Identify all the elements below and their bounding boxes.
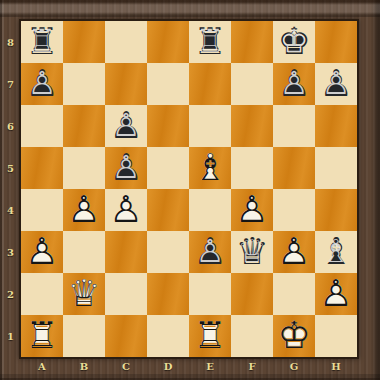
piece-glyph-outline: ♗ [318, 233, 354, 269]
square-d7[interactable] [147, 63, 189, 105]
square-e7[interactable] [189, 63, 231, 105]
black-queen[interactable]: ♛♕ [231, 231, 273, 273]
rank-label-7: 7 [0, 63, 21, 105]
square-a3[interactable]: ♟♙ [21, 231, 63, 273]
square-a5[interactable] [21, 147, 63, 189]
white-queen[interactable]: ♛♕ [63, 273, 105, 315]
square-e8[interactable]: ♜♖ [189, 21, 231, 63]
file-label-c: C [122, 361, 130, 376]
white-pawn[interactable]: ♟♙ [21, 231, 63, 273]
piece-glyph-outline: ♙ [276, 65, 312, 101]
square-g6[interactable] [273, 105, 315, 147]
square-a8[interactable]: ♜♖ [21, 21, 63, 63]
square-c5[interactable]: ♟♙ [105, 147, 147, 189]
piece-glyph-outline: ♙ [105, 188, 147, 230]
chess-board-frame: 87654321 ♜♖♜♖♚♔♟♙♟♙♟♙♟♙♟♙♝♗♟♙♟♙♟♙♟♙♟♙♛♕♟… [0, 0, 380, 380]
file-labels: ABCDEFGH [21, 357, 357, 380]
white-pawn[interactable]: ♟♙ [231, 189, 273, 231]
square-a7[interactable]: ♟♙ [21, 63, 63, 105]
piece-glyph-outline: ♙ [192, 233, 228, 269]
square-e5[interactable]: ♝♗ [189, 147, 231, 189]
piece-glyph-outline: ♕ [234, 233, 270, 269]
piece-glyph-outline: ♗ [189, 146, 231, 188]
square-h8[interactable] [315, 21, 357, 63]
square-d2[interactable] [147, 273, 189, 315]
piece-glyph-outline: ♙ [318, 65, 354, 101]
square-b5[interactable] [63, 147, 105, 189]
piece-glyph-outline: ♙ [24, 65, 60, 101]
black-pawn[interactable]: ♟♙ [273, 63, 315, 105]
rank-label-4: 4 [0, 189, 21, 231]
rank-label-3: 3 [0, 231, 21, 273]
white-pawn[interactable]: ♟♙ [105, 189, 147, 231]
square-c3[interactable] [105, 231, 147, 273]
square-f7[interactable] [231, 63, 273, 105]
white-pawn[interactable]: ♟♙ [315, 273, 357, 315]
rank-label-5: 5 [0, 147, 21, 189]
square-f4[interactable]: ♟♙ [231, 189, 273, 231]
square-g8[interactable]: ♚♔ [273, 21, 315, 63]
square-f5[interactable] [231, 147, 273, 189]
square-b1[interactable] [63, 315, 105, 357]
white-rook[interactable]: ♜♖ [21, 315, 63, 357]
square-e1[interactable]: ♜♖ [189, 315, 231, 357]
square-a2[interactable] [21, 273, 63, 315]
square-f3[interactable]: ♛♕ [231, 231, 273, 273]
piece-glyph-outline: ♖ [24, 23, 60, 59]
white-pawn[interactable]: ♟♙ [273, 231, 315, 273]
file-label-f: F [248, 361, 255, 376]
square-c7[interactable] [105, 63, 147, 105]
square-g1[interactable]: ♚♔ [273, 315, 315, 357]
square-a1[interactable]: ♜♖ [21, 315, 63, 357]
square-g3[interactable]: ♟♙ [273, 231, 315, 273]
square-d3[interactable] [147, 231, 189, 273]
white-king[interactable]: ♚♔ [273, 315, 315, 357]
white-pawn[interactable]: ♟♙ [63, 189, 105, 231]
square-e3[interactable]: ♟♙ [189, 231, 231, 273]
square-b6[interactable] [63, 105, 105, 147]
square-h3[interactable]: ♝♗ [315, 231, 357, 273]
square-e2[interactable] [189, 273, 231, 315]
square-b4[interactable]: ♟♙ [63, 189, 105, 231]
piece-glyph-outline: ♖ [189, 314, 231, 356]
square-b7[interactable] [63, 63, 105, 105]
piece-glyph-outline: ♔ [276, 23, 312, 59]
black-pawn[interactable]: ♟♙ [315, 63, 357, 105]
square-g7[interactable]: ♟♙ [273, 63, 315, 105]
square-f6[interactable] [231, 105, 273, 147]
file-label-d: D [164, 361, 173, 376]
file-label-e: E [206, 361, 214, 376]
square-d1[interactable] [147, 315, 189, 357]
white-rook[interactable]: ♜♖ [189, 315, 231, 357]
square-c6[interactable]: ♟♙ [105, 105, 147, 147]
square-h4[interactable] [315, 189, 357, 231]
square-c8[interactable] [105, 21, 147, 63]
rank-label-8: 8 [0, 21, 21, 63]
square-a6[interactable] [21, 105, 63, 147]
rank-label-2: 2 [0, 273, 21, 315]
rank-labels: 87654321 [0, 21, 21, 357]
square-e4[interactable] [189, 189, 231, 231]
black-rook[interactable]: ♜♖ [21, 21, 63, 63]
square-b3[interactable] [63, 231, 105, 273]
file-label-g: G [290, 361, 299, 376]
black-pawn[interactable]: ♟♙ [105, 105, 147, 147]
piece-glyph-outline: ♖ [192, 23, 228, 59]
black-pawn[interactable]: ♟♙ [105, 147, 147, 189]
square-d5[interactable] [147, 147, 189, 189]
piece-glyph-outline: ♙ [21, 230, 63, 272]
square-h6[interactable] [315, 105, 357, 147]
square-g4[interactable] [273, 189, 315, 231]
black-bishop[interactable]: ♝♗ [315, 231, 357, 273]
square-e6[interactable] [189, 105, 231, 147]
chess-board[interactable]: ♜♖♜♖♚♔♟♙♟♙♟♙♟♙♟♙♝♗♟♙♟♙♟♙♟♙♟♙♛♕♟♙♝♗♛♕♟♙♜♖… [21, 21, 357, 357]
black-king[interactable]: ♚♔ [273, 21, 315, 63]
black-pawn[interactable]: ♟♙ [21, 63, 63, 105]
black-pawn[interactable]: ♟♙ [189, 231, 231, 273]
rank-label-6: 6 [0, 105, 21, 147]
rank-label-1: 1 [0, 315, 21, 357]
square-h5[interactable] [315, 147, 357, 189]
square-c1[interactable] [105, 315, 147, 357]
piece-glyph-outline: ♙ [108, 149, 144, 185]
piece-glyph-outline: ♙ [63, 188, 105, 230]
piece-glyph-outline: ♙ [108, 107, 144, 143]
file-label-a: A [38, 361, 46, 376]
black-rook[interactable]: ♜♖ [189, 21, 231, 63]
square-g5[interactable] [273, 147, 315, 189]
piece-glyph-outline: ♕ [63, 272, 105, 314]
square-d8[interactable] [147, 21, 189, 63]
square-b2[interactable]: ♛♕ [63, 273, 105, 315]
square-d4[interactable] [147, 189, 189, 231]
square-f2[interactable] [231, 273, 273, 315]
piece-glyph-outline: ♔ [273, 314, 315, 356]
square-c2[interactable] [105, 273, 147, 315]
piece-glyph-outline: ♙ [273, 230, 315, 272]
square-d6[interactable] [147, 105, 189, 147]
square-h1[interactable] [315, 315, 357, 357]
square-f1[interactable] [231, 315, 273, 357]
file-label-h: H [331, 361, 340, 376]
white-bishop[interactable]: ♝♗ [189, 147, 231, 189]
square-g2[interactable] [273, 273, 315, 315]
file-label-b: B [80, 361, 88, 376]
piece-glyph-outline: ♙ [315, 272, 357, 314]
square-h7[interactable]: ♟♙ [315, 63, 357, 105]
square-h2[interactable]: ♟♙ [315, 273, 357, 315]
square-f8[interactable] [231, 21, 273, 63]
square-b8[interactable] [63, 21, 105, 63]
square-a4[interactable] [21, 189, 63, 231]
piece-glyph-outline: ♙ [231, 188, 273, 230]
piece-glyph-outline: ♖ [21, 314, 63, 356]
square-c4[interactable]: ♟♙ [105, 189, 147, 231]
